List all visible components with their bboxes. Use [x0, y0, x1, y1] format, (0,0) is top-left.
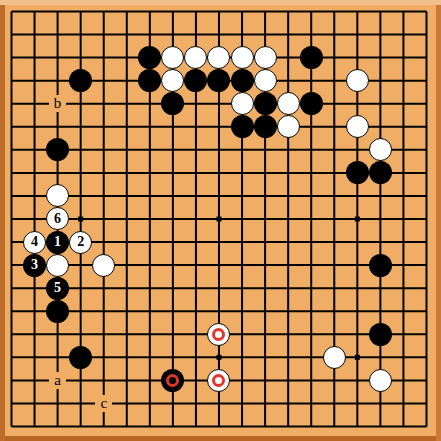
point-label-b: b — [49, 95, 66, 112]
stone-white: 2 — [69, 231, 92, 254]
stone-white — [277, 92, 300, 115]
stone-white — [46, 254, 69, 277]
stone-black — [300, 92, 323, 115]
stone-black — [46, 300, 69, 323]
stone-black — [300, 46, 323, 69]
stone-white: 4 — [23, 231, 46, 254]
stone-white — [346, 115, 369, 138]
point-label-c: c — [95, 395, 112, 412]
stone-black — [254, 92, 277, 115]
star-point — [216, 216, 221, 221]
stone-white — [92, 254, 115, 277]
circle-mark — [166, 374, 179, 387]
stone-black — [369, 323, 392, 346]
move-number: 6 — [54, 212, 61, 226]
stone-black — [231, 115, 254, 138]
move-number: 5 — [54, 281, 61, 295]
stone-white — [346, 69, 369, 92]
circle-mark — [212, 374, 225, 387]
stone-white — [231, 92, 254, 115]
star-point — [216, 355, 221, 360]
stone-white — [254, 46, 277, 69]
stone-black: 5 — [46, 277, 69, 300]
stone-black — [254, 115, 277, 138]
star-point — [78, 216, 83, 221]
stone-black — [69, 346, 92, 369]
stone-black — [231, 69, 254, 92]
stone-black: 3 — [23, 254, 46, 277]
circle-mark — [212, 328, 225, 341]
point-label-a: a — [49, 372, 66, 389]
move-number: 3 — [31, 258, 38, 272]
move-number: 2 — [77, 235, 84, 249]
stone-white — [277, 115, 300, 138]
star-point — [355, 216, 360, 221]
move-number: 1 — [54, 235, 61, 249]
stone-white — [254, 69, 277, 92]
move-number: 4 — [31, 235, 38, 249]
stone-white — [323, 346, 346, 369]
stone-white — [369, 369, 392, 392]
go-board: 135642bac — [0, 0, 441, 441]
star-point — [355, 355, 360, 360]
stone-black: 1 — [46, 231, 69, 254]
stone-black — [369, 254, 392, 277]
stone-white — [231, 46, 254, 69]
